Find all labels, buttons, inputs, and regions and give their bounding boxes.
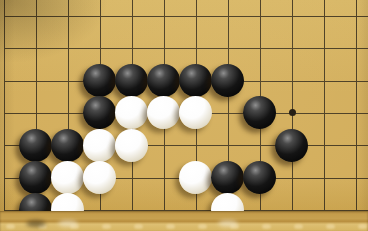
white-stone [83,161,116,194]
edge-reflection-speck [166,224,175,229]
black-stone [243,96,276,129]
white-stone [147,96,180,129]
white-stone [179,161,212,194]
go-board[interactable] [0,0,368,231]
edge-reflection-speck [326,224,335,229]
edge-reflection-speck [358,224,367,229]
black-stone [179,64,212,97]
edge-reflection-speck [294,224,303,229]
edge-reflection-speck [198,224,207,229]
white-stone [115,96,148,129]
white-stone [83,129,116,162]
edge-reflection-speck [262,224,271,229]
black-stone [83,96,116,129]
go-board-screenshot [0,0,368,231]
stone-reflection [218,220,238,227]
black-stone [275,129,308,162]
board-bottom-edge [0,211,368,231]
stones-layer [0,0,368,226]
black-stone [243,161,276,194]
black-stone [211,161,244,194]
black-stone [83,64,116,97]
stone-reflection [58,220,78,227]
edge-reflection-speck [134,224,143,229]
black-stone [51,129,84,162]
black-stone [19,129,52,162]
white-stone [115,129,148,162]
black-stone [211,64,244,97]
white-stone [179,96,212,129]
black-stone [147,64,180,97]
edge-reflection-speck [6,224,15,229]
edge-reflection-speck [102,224,111,229]
stone-reflection [26,220,46,227]
black-stone [19,161,52,194]
white-stone [51,161,84,194]
black-stone [115,64,148,97]
